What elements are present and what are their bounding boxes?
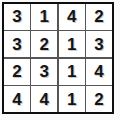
grid-cell[interactable]: 3 bbox=[4, 4, 30, 30]
puzzle-board-wrap: 3142321323144412 bbox=[2, 2, 114, 114]
grid-cell[interactable]: 3 bbox=[4, 31, 30, 57]
grid-cell[interactable]: 3 bbox=[86, 31, 112, 57]
grid-cell[interactable]: 4 bbox=[59, 4, 85, 30]
grid-cell[interactable]: 2 bbox=[86, 86, 112, 112]
grid-cell[interactable]: 1 bbox=[59, 59, 85, 85]
grid-cell[interactable]: 2 bbox=[31, 31, 57, 57]
grid-cell[interactable]: 1 bbox=[31, 4, 57, 30]
grid-cell[interactable]: 4 bbox=[86, 59, 112, 85]
grid-cell[interactable]: 1 bbox=[59, 31, 85, 57]
grid-cell[interactable]: 3 bbox=[31, 59, 57, 85]
grid-cell[interactable]: 2 bbox=[4, 59, 30, 85]
grid-cell[interactable]: 2 bbox=[86, 4, 112, 30]
grid-cell[interactable]: 4 bbox=[4, 86, 30, 112]
grid-cell[interactable]: 1 bbox=[59, 86, 85, 112]
grid-cell[interactable]: 4 bbox=[31, 86, 57, 112]
puzzle-board: 3142321323144412 bbox=[2, 2, 114, 114]
